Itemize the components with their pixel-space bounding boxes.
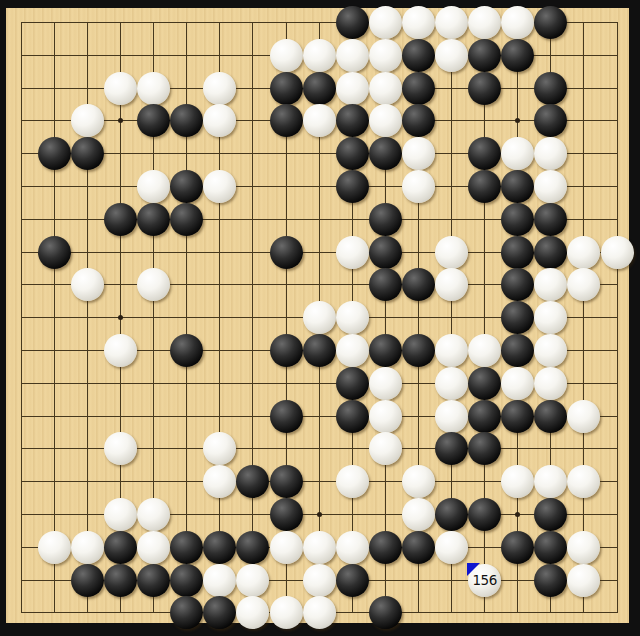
stone-white[interactable] <box>71 104 104 137</box>
stone-white[interactable] <box>468 334 501 367</box>
stone-white[interactable] <box>435 268 468 301</box>
stone-black[interactable] <box>501 170 534 203</box>
stone-black[interactable] <box>369 268 402 301</box>
stone-black[interactable] <box>534 400 567 433</box>
stone-black[interactable] <box>369 596 402 629</box>
stone-white[interactable] <box>402 137 435 170</box>
star-point <box>515 512 520 517</box>
stone-white[interactable] <box>203 465 236 498</box>
move-number-label: 156 <box>468 564 501 597</box>
stone-black[interactable] <box>303 72 336 105</box>
stone-black[interactable] <box>104 203 137 236</box>
stone-black[interactable] <box>402 268 435 301</box>
stone-white[interactable] <box>137 268 170 301</box>
stone-black[interactable] <box>369 137 402 170</box>
stone-white[interactable] <box>336 465 369 498</box>
stone-white[interactable] <box>435 334 468 367</box>
stone-white[interactable] <box>303 564 336 597</box>
stone-white[interactable] <box>203 432 236 465</box>
stone-white[interactable] <box>435 6 468 39</box>
stone-black[interactable] <box>501 203 534 236</box>
stone-white[interactable] <box>534 170 567 203</box>
stone-white[interactable] <box>369 6 402 39</box>
stone-black[interactable] <box>501 400 534 433</box>
stone-white[interactable] <box>534 334 567 367</box>
stone-black[interactable] <box>501 301 534 334</box>
stone-black[interactable] <box>104 564 137 597</box>
stone-black[interactable] <box>270 334 303 367</box>
stone-white[interactable] <box>435 531 468 564</box>
stone-black[interactable] <box>534 236 567 269</box>
stone-black[interactable] <box>170 104 203 137</box>
stone-white[interactable] <box>303 596 336 629</box>
stone-white[interactable] <box>369 367 402 400</box>
stone-black[interactable] <box>402 72 435 105</box>
stone-white[interactable] <box>402 498 435 531</box>
stone-white[interactable] <box>534 268 567 301</box>
stone-white[interactable] <box>71 531 104 564</box>
stone-white[interactable] <box>203 170 236 203</box>
stone-black[interactable] <box>402 334 435 367</box>
stone-black[interactable] <box>203 531 236 564</box>
stone-white[interactable] <box>270 596 303 629</box>
stone-black[interactable] <box>336 6 369 39</box>
stone-white[interactable] <box>104 72 137 105</box>
star-point <box>118 118 123 123</box>
stone-white[interactable] <box>38 531 71 564</box>
stone-white[interactable] <box>236 564 269 597</box>
stone-black[interactable] <box>336 400 369 433</box>
stone-white[interactable] <box>336 39 369 72</box>
stone-white[interactable] <box>303 531 336 564</box>
stone-white[interactable] <box>303 301 336 334</box>
stone-white[interactable] <box>71 268 104 301</box>
stone-black[interactable] <box>336 564 369 597</box>
star-point <box>317 512 322 517</box>
stone-white[interactable] <box>303 104 336 137</box>
stone-white[interactable] <box>501 465 534 498</box>
stone-black[interactable] <box>369 531 402 564</box>
stone-black[interactable] <box>38 137 71 170</box>
stone-white[interactable] <box>236 596 269 629</box>
stone-black[interactable] <box>71 137 104 170</box>
grid-line-vertical <box>617 22 618 613</box>
stone-black[interactable] <box>468 432 501 465</box>
stone-black[interactable] <box>468 367 501 400</box>
stone-white[interactable] <box>137 531 170 564</box>
stone-black[interactable] <box>534 203 567 236</box>
stone-white[interactable] <box>501 137 534 170</box>
stone-white[interactable] <box>567 564 600 597</box>
stone-black[interactable] <box>336 367 369 400</box>
stone-white[interactable] <box>402 170 435 203</box>
stone-black[interactable] <box>137 564 170 597</box>
stone-black[interactable] <box>270 72 303 105</box>
stone-white[interactable] <box>137 498 170 531</box>
stone-white[interactable] <box>303 39 336 72</box>
stone-white[interactable] <box>336 334 369 367</box>
stone-white[interactable] <box>534 137 567 170</box>
stone-white[interactable] <box>601 236 634 269</box>
stone-black[interactable] <box>336 104 369 137</box>
stone-black[interactable] <box>270 400 303 433</box>
stone-black[interactable] <box>170 170 203 203</box>
stone-black[interactable] <box>336 170 369 203</box>
stone-black[interactable] <box>534 531 567 564</box>
stone-white[interactable] <box>402 465 435 498</box>
stone-white[interactable] <box>534 301 567 334</box>
star-point <box>118 315 123 320</box>
stone-white[interactable] <box>468 6 501 39</box>
go-board[interactable]: 156 <box>6 8 629 623</box>
stone-black[interactable] <box>170 203 203 236</box>
stone-black[interactable] <box>104 531 137 564</box>
stone-black[interactable] <box>170 531 203 564</box>
stone-white[interactable] <box>104 334 137 367</box>
stone-black[interactable] <box>369 334 402 367</box>
stone-white[interactable] <box>567 400 600 433</box>
stone-black[interactable] <box>534 564 567 597</box>
stone-white[interactable] <box>104 498 137 531</box>
stone-black[interactable] <box>435 498 468 531</box>
stone-black[interactable] <box>71 564 104 597</box>
stone-black[interactable] <box>270 104 303 137</box>
stone-black[interactable] <box>534 104 567 137</box>
grid-line-vertical <box>583 22 584 613</box>
stone-black[interactable] <box>501 334 534 367</box>
stone-white[interactable] <box>435 39 468 72</box>
stone-black[interactable] <box>402 104 435 137</box>
stone-white[interactable] <box>369 400 402 433</box>
stone-white[interactable] <box>203 564 236 597</box>
stone-black[interactable] <box>236 531 269 564</box>
stone-black[interactable] <box>170 596 203 629</box>
stone-black[interactable] <box>501 531 534 564</box>
stone-white[interactable] <box>534 367 567 400</box>
stone-black[interactable] <box>468 39 501 72</box>
stone-white[interactable] <box>104 432 137 465</box>
stone-white[interactable] <box>567 531 600 564</box>
stone-black[interactable] <box>137 203 170 236</box>
stone-black[interactable] <box>38 236 71 269</box>
stone-white[interactable] <box>203 72 236 105</box>
stone-black[interactable] <box>534 498 567 531</box>
stone-white[interactable] <box>369 72 402 105</box>
stone-white[interactable] <box>567 465 600 498</box>
stone-white[interactable] <box>435 236 468 269</box>
stone-white[interactable] <box>435 400 468 433</box>
stone-black[interactable] <box>501 236 534 269</box>
stone-white[interactable] <box>567 236 600 269</box>
stone-white[interactable] <box>534 465 567 498</box>
stone-black[interactable] <box>534 72 567 105</box>
stone-black[interactable] <box>303 334 336 367</box>
stone-white[interactable] <box>369 104 402 137</box>
stone-white[interactable] <box>336 531 369 564</box>
stone-white[interactable] <box>501 6 534 39</box>
stone-white[interactable] <box>369 432 402 465</box>
stone-white[interactable] <box>402 6 435 39</box>
stone-black[interactable] <box>468 170 501 203</box>
stone-black[interactable] <box>137 104 170 137</box>
stone-black[interactable] <box>402 531 435 564</box>
screenshot-frame: 156 <box>0 0 640 636</box>
stone-white[interactable] <box>501 367 534 400</box>
stone-black[interactable] <box>236 465 269 498</box>
stone-black[interactable] <box>402 39 435 72</box>
stone-black[interactable] <box>336 137 369 170</box>
stone-white[interactable] <box>270 531 303 564</box>
stone-white[interactable] <box>336 72 369 105</box>
stone-white[interactable] <box>567 268 600 301</box>
last-move-stone-white[interactable]: 156 <box>468 564 501 597</box>
stone-black[interactable] <box>468 137 501 170</box>
stone-black[interactable] <box>270 236 303 269</box>
stone-black[interactable] <box>369 203 402 236</box>
stone-white[interactable] <box>270 39 303 72</box>
stone-black[interactable] <box>468 72 501 105</box>
stone-black[interactable] <box>270 498 303 531</box>
stone-white[interactable] <box>336 236 369 269</box>
stone-black[interactable] <box>468 498 501 531</box>
stone-black[interactable] <box>270 465 303 498</box>
stone-white[interactable] <box>137 170 170 203</box>
stone-black[interactable] <box>501 268 534 301</box>
stone-white[interactable] <box>336 301 369 334</box>
stone-black[interactable] <box>468 400 501 433</box>
stone-white[interactable] <box>203 104 236 137</box>
star-point <box>515 118 520 123</box>
stone-black[interactable] <box>369 236 402 269</box>
stone-black[interactable] <box>170 564 203 597</box>
stone-black[interactable] <box>435 432 468 465</box>
stone-black[interactable] <box>501 39 534 72</box>
stone-black[interactable] <box>203 596 236 629</box>
stone-white[interactable] <box>369 39 402 72</box>
stone-white[interactable] <box>435 367 468 400</box>
stone-black[interactable] <box>534 6 567 39</box>
stone-black[interactable] <box>170 334 203 367</box>
stone-white[interactable] <box>137 72 170 105</box>
